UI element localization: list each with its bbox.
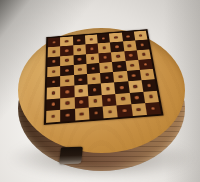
peg-hole <box>107 98 111 101</box>
peg-hole <box>79 78 83 81</box>
peg-hole <box>66 101 70 104</box>
peg-hole <box>137 108 141 111</box>
peg-hole <box>142 53 146 56</box>
peg-hole <box>151 107 155 110</box>
square-f1[interactable] <box>117 104 133 117</box>
peg-hole <box>53 41 56 44</box>
square-b1[interactable] <box>60 108 74 121</box>
peg-hole <box>92 77 96 80</box>
peg-hole <box>140 43 144 46</box>
peg-hole <box>119 75 123 78</box>
peg-hole <box>52 91 56 94</box>
peg-hole <box>52 80 56 83</box>
peg-hole <box>65 40 68 43</box>
peg-hole <box>52 103 56 106</box>
peg-hole <box>130 64 134 67</box>
peg-hole <box>147 84 151 87</box>
peg-hole <box>91 67 95 70</box>
peg-hole <box>93 88 97 91</box>
peg-hole <box>104 66 108 69</box>
peg-hole <box>79 89 83 92</box>
peg-hole <box>66 113 70 117</box>
peg-hole <box>77 48 80 51</box>
peg-hole <box>65 79 69 82</box>
peg-hole <box>52 60 55 63</box>
peg-hole <box>121 97 125 100</box>
square-e1[interactable] <box>103 105 118 118</box>
peg-hole <box>78 58 81 61</box>
peg-hole <box>65 90 69 93</box>
peg-hole <box>108 110 112 113</box>
peg-hole <box>103 56 107 59</box>
peg-hole <box>149 95 153 98</box>
peg-hole <box>65 59 68 62</box>
peg-hole <box>116 55 120 58</box>
peg-hole <box>77 39 80 42</box>
peg-hole <box>52 70 55 73</box>
peg-hole <box>80 112 84 115</box>
peg-hole <box>132 74 136 77</box>
peg-hole <box>139 34 143 37</box>
photo-scene <box>0 0 200 182</box>
peg-hole <box>129 54 133 57</box>
peg-hole <box>117 65 121 68</box>
peg-hole <box>78 68 82 71</box>
peg-hole <box>145 73 149 76</box>
peg-hole <box>89 38 92 41</box>
peg-hole <box>79 100 83 103</box>
peg-hole <box>122 109 126 112</box>
peg-hole <box>120 86 124 89</box>
peg-hole <box>135 96 139 99</box>
peg-hole <box>106 87 110 90</box>
square-a1[interactable] <box>46 110 60 123</box>
square-c1[interactable] <box>74 107 89 120</box>
drawer-notch <box>59 147 83 165</box>
peg-hole <box>91 57 95 60</box>
peg-hole <box>52 50 55 53</box>
peg-hole <box>115 45 119 48</box>
peg-hole <box>133 85 137 88</box>
square-h1[interactable] <box>145 102 161 115</box>
chess-board <box>44 29 164 125</box>
peg-hole <box>65 49 68 52</box>
board-3d-wrap <box>44 29 164 125</box>
peg-hole <box>114 36 118 39</box>
peg-hole <box>105 76 109 79</box>
peg-hole <box>51 114 55 118</box>
square-d1[interactable] <box>89 106 104 119</box>
peg-hole <box>126 35 130 38</box>
peg-hole <box>103 46 107 49</box>
peg-hole <box>93 99 97 102</box>
peg-hole <box>102 37 105 40</box>
peg-hole <box>65 69 68 72</box>
peg-hole <box>143 63 147 66</box>
peg-hole <box>94 111 98 114</box>
peg-hole <box>90 47 93 50</box>
peg-hole <box>128 44 132 47</box>
